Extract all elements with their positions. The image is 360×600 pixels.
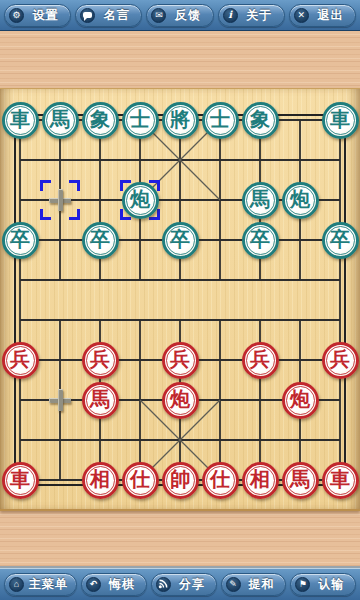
red-piece-A[interactable]: 仕	[202, 462, 239, 499]
offer-draw-button[interactable]: ✎ 提和	[221, 573, 287, 596]
board-point: 車	[320, 100, 360, 140]
board-point: 馬	[40, 100, 80, 140]
black-piece-r[interactable]: 車	[322, 102, 359, 139]
red-piece-P[interactable]: 兵	[322, 342, 359, 379]
black-piece-n[interactable]: 馬	[242, 182, 279, 219]
red-piece-B[interactable]: 相	[82, 462, 119, 499]
close-icon: ✕	[294, 8, 309, 23]
main-menu-label: 主菜单	[29, 576, 72, 593]
board-point: 相	[80, 460, 120, 500]
piece-character: 馬	[90, 389, 110, 409]
board-point: 車	[0, 100, 40, 140]
board-point: 炮	[280, 180, 320, 220]
board-point: 馬	[280, 460, 320, 500]
board-point: 卒	[80, 220, 120, 260]
piece-character: 兵	[90, 349, 110, 369]
board-point: 炮	[280, 380, 320, 420]
piece-character: 兵	[10, 349, 30, 369]
share-button[interactable]: 分享	[151, 573, 217, 596]
piece-character: 馬	[290, 469, 310, 489]
undo-move-label: 悔棋	[106, 576, 142, 593]
piece-character: 車	[330, 109, 350, 129]
red-piece-N[interactable]: 馬	[282, 462, 319, 499]
piece-character: 士	[130, 109, 150, 129]
move-from-marker-cell[interactable]	[40, 180, 80, 220]
speech-bubble-icon	[80, 8, 95, 23]
piece-character: 兵	[250, 349, 270, 369]
black-piece-p[interactable]: 卒	[2, 222, 39, 259]
board-point: 將	[160, 100, 200, 140]
piece-character: 馬	[50, 109, 70, 129]
piece-character: 炮	[290, 189, 310, 209]
info-icon: i	[223, 8, 238, 23]
point-mark-cell	[40, 380, 80, 420]
black-piece-p[interactable]: 卒	[242, 222, 279, 259]
board-point: 車	[320, 460, 360, 500]
board-point: 卒	[320, 220, 360, 260]
exit-button[interactable]: ✕ 退出	[289, 4, 356, 27]
piece-character: 卒	[330, 229, 350, 249]
red-piece-P[interactable]: 兵	[162, 342, 199, 379]
xiangqi-board[interactable]: 車馬象士將士象車炮馬炮卒卒卒卒卒兵兵兵兵兵馬炮炮車相仕帥仕相馬車	[0, 100, 360, 500]
feedback-label: 反馈	[171, 7, 208, 24]
black-piece-p[interactable]: 卒	[82, 222, 119, 259]
board-point: 士	[120, 100, 160, 140]
about-button[interactable]: i 关于	[218, 4, 285, 27]
board-point: 象	[80, 100, 120, 140]
black-piece-a[interactable]: 士	[202, 102, 239, 139]
board-point: 馬	[80, 380, 120, 420]
piece-character: 炮	[130, 189, 150, 209]
resign-button[interactable]: ⚑ 认输	[290, 573, 356, 596]
flag-icon: ⚑	[295, 577, 310, 592]
black-piece-r[interactable]: 車	[2, 102, 39, 139]
envelope-icon: ✉	[151, 8, 166, 23]
board-point: 帥	[160, 460, 200, 500]
bottom-toolbar: ⌂ 主菜单 ↶ 悔棋 分享 ✎ 提和 ⚑ 认输	[0, 566, 360, 600]
piece-character: 卒	[10, 229, 30, 249]
board-point: 炮	[160, 380, 200, 420]
piece-character: 仕	[210, 469, 230, 489]
board-point: 兵	[80, 340, 120, 380]
undo-icon: ↶	[86, 577, 101, 592]
black-piece-p[interactable]: 卒	[162, 222, 199, 259]
red-piece-P[interactable]: 兵	[2, 342, 39, 379]
piece-character: 卒	[90, 229, 110, 249]
gear-icon: ⚙	[9, 8, 24, 23]
red-piece-A[interactable]: 仕	[122, 462, 159, 499]
black-piece-a[interactable]: 士	[122, 102, 159, 139]
quotes-button[interactable]: 名言	[75, 4, 142, 27]
red-piece-C[interactable]: 炮	[162, 382, 199, 419]
home-icon: ⌂	[9, 577, 24, 592]
red-piece-P[interactable]: 兵	[82, 342, 119, 379]
board-point: 馬	[240, 180, 280, 220]
red-piece-P[interactable]: 兵	[242, 342, 279, 379]
black-piece-k[interactable]: 將	[162, 102, 199, 139]
red-piece-N[interactable]: 馬	[82, 382, 119, 419]
top-toolbar: ⚙ 设置 名言 ✉ 反馈 i 关于 ✕ 退出	[0, 0, 360, 31]
main-menu-button[interactable]: ⌂ 主菜单	[4, 573, 77, 596]
board-point: 兵	[320, 340, 360, 380]
piece-character: 車	[330, 469, 350, 489]
undo-move-button[interactable]: ↶ 悔棋	[81, 573, 147, 596]
black-piece-b[interactable]: 象	[242, 102, 279, 139]
piece-character: 象	[250, 109, 270, 129]
settings-label: 设置	[29, 7, 66, 24]
black-piece-c[interactable]: 炮	[122, 182, 159, 219]
piece-character: 仕	[130, 469, 150, 489]
cross-point-marker	[40, 380, 80, 420]
black-piece-p[interactable]: 卒	[322, 222, 359, 259]
board-point: 卒	[160, 220, 200, 260]
board-point: 兵	[240, 340, 280, 380]
piece-character: 兵	[170, 349, 190, 369]
board-point: 卒	[240, 220, 280, 260]
piece-character: 相	[250, 469, 270, 489]
board-point: 兵	[160, 340, 200, 380]
board-point: 仕	[200, 460, 240, 500]
offer-draw-label: 提和	[246, 576, 282, 593]
board-point: 卒	[0, 220, 40, 260]
share-label: 分享	[176, 576, 212, 593]
exit-label: 退出	[314, 7, 351, 24]
board-point: 相	[240, 460, 280, 500]
board-point: 象	[240, 100, 280, 140]
red-piece-R[interactable]: 車	[322, 462, 359, 499]
piece-character: 相	[90, 469, 110, 489]
piece-character: 象	[90, 109, 110, 129]
piece-character: 車	[10, 469, 30, 489]
board-point: 車	[0, 460, 40, 500]
share-icon	[156, 577, 171, 592]
settings-button[interactable]: ⚙ 设置	[4, 4, 71, 27]
about-label: 关于	[243, 7, 280, 24]
piece-character: 帥	[170, 469, 190, 489]
piece-character: 馬	[250, 189, 270, 209]
red-piece-B[interactable]: 相	[242, 462, 279, 499]
xiangqi-app-screen: 車馬象士將士象車炮馬炮卒卒卒卒卒兵兵兵兵兵馬炮炮車相仕帥仕相馬車 ⚙ 设置 名言…	[0, 0, 360, 600]
pencil-icon: ✎	[226, 577, 241, 592]
piece-character: 炮	[170, 389, 190, 409]
black-piece-n[interactable]: 馬	[42, 102, 79, 139]
piece-character: 將	[170, 109, 190, 129]
board-point: 兵	[0, 340, 40, 380]
resign-label: 认输	[315, 576, 351, 593]
black-piece-c[interactable]: 炮	[282, 182, 319, 219]
quotes-label: 名言	[100, 7, 137, 24]
board-point: 仕	[120, 460, 160, 500]
red-piece-R[interactable]: 車	[2, 462, 39, 499]
piece-character: 炮	[290, 389, 310, 409]
board-point: 士	[200, 100, 240, 140]
piece-character: 士	[210, 109, 230, 129]
feedback-button[interactable]: ✉ 反馈	[146, 4, 213, 27]
piece-character: 卒	[170, 229, 190, 249]
red-piece-K[interactable]: 帥	[162, 462, 199, 499]
piece-character: 車	[10, 109, 30, 129]
piece-character: 兵	[330, 349, 350, 369]
piece-character: 卒	[250, 229, 270, 249]
red-piece-C[interactable]: 炮	[282, 382, 319, 419]
move-from-marker	[40, 180, 80, 220]
black-piece-b[interactable]: 象	[82, 102, 119, 139]
